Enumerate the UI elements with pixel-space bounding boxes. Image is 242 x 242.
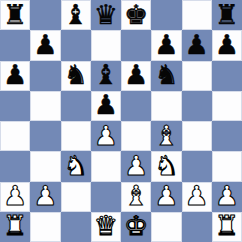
- square-b1[interactable]: [30, 212, 60, 242]
- square-d1[interactable]: ♛: [91, 212, 121, 242]
- square-h3[interactable]: [212, 151, 242, 181]
- square-d7[interactable]: [91, 30, 121, 60]
- square-e1[interactable]: ♚: [121, 212, 151, 242]
- square-d8[interactable]: ♛: [91, 0, 121, 30]
- square-e5[interactable]: [121, 91, 151, 121]
- square-g6[interactable]: [182, 61, 212, 91]
- white-rook[interactable]: ♜: [215, 212, 239, 239]
- square-h1[interactable]: ♜: [212, 212, 242, 242]
- square-a4[interactable]: [0, 121, 30, 151]
- square-h2[interactable]: ♟: [212, 182, 242, 212]
- square-e7[interactable]: [121, 30, 151, 60]
- black-bishop[interactable]: ♝: [64, 1, 88, 28]
- square-a2[interactable]: ♟: [0, 182, 30, 212]
- white-rook[interactable]: ♜: [3, 212, 27, 239]
- square-e8[interactable]: ♚: [121, 0, 151, 30]
- black-pawn[interactable]: ♟: [154, 31, 178, 58]
- square-a6[interactable]: ♟: [0, 61, 30, 91]
- square-a5[interactable]: [0, 91, 30, 121]
- white-pawn[interactable]: ♟: [33, 182, 57, 209]
- white-queen[interactable]: ♛: [94, 212, 118, 239]
- square-d5[interactable]: ♟: [91, 91, 121, 121]
- square-d2[interactable]: [91, 182, 121, 212]
- white-knight[interactable]: ♞: [154, 152, 178, 179]
- white-pawn[interactable]: ♟: [215, 182, 239, 209]
- square-f8[interactable]: [151, 0, 181, 30]
- square-d3[interactable]: [91, 151, 121, 181]
- white-bishop[interactable]: ♝: [124, 182, 148, 209]
- square-e4[interactable]: [121, 121, 151, 151]
- square-h6[interactable]: [212, 61, 242, 91]
- white-pawn[interactable]: ♟: [94, 122, 118, 149]
- square-g4[interactable]: [182, 121, 212, 151]
- square-h7[interactable]: ♟: [212, 30, 242, 60]
- square-e3[interactable]: ♟: [121, 151, 151, 181]
- square-b2[interactable]: ♟: [30, 182, 60, 212]
- square-b7[interactable]: ♟: [30, 30, 60, 60]
- square-g1[interactable]: [182, 212, 212, 242]
- square-f3[interactable]: ♞: [151, 151, 181, 181]
- square-b8[interactable]: [30, 0, 60, 30]
- square-a3[interactable]: [0, 151, 30, 181]
- square-b6[interactable]: [30, 61, 60, 91]
- square-c5[interactable]: [61, 91, 91, 121]
- white-pawn[interactable]: ♟: [3, 182, 27, 209]
- black-knight[interactable]: ♞: [64, 61, 88, 88]
- square-c8[interactable]: ♝: [61, 0, 91, 30]
- square-f6[interactable]: ♞: [151, 61, 181, 91]
- square-f4[interactable]: ♝: [151, 121, 181, 151]
- square-a1[interactable]: ♜: [0, 212, 30, 242]
- black-pawn[interactable]: ♟: [33, 31, 57, 58]
- white-pawn[interactable]: ♟: [154, 182, 178, 209]
- square-b4[interactable]: [30, 121, 60, 151]
- white-king[interactable]: ♚: [124, 212, 148, 239]
- square-h8[interactable]: ♜: [212, 0, 242, 30]
- square-c1[interactable]: [61, 212, 91, 242]
- black-bishop[interactable]: ♝: [94, 61, 118, 88]
- black-pawn[interactable]: ♟: [3, 61, 27, 88]
- black-knight[interactable]: ♞: [154, 61, 178, 88]
- black-rook[interactable]: ♜: [3, 1, 27, 28]
- square-g8[interactable]: [182, 0, 212, 30]
- square-f2[interactable]: ♟: [151, 182, 181, 212]
- black-pawn[interactable]: ♟: [215, 31, 239, 58]
- square-b5[interactable]: [30, 91, 60, 121]
- square-a8[interactable]: ♜: [0, 0, 30, 30]
- white-pawn[interactable]: ♟: [185, 182, 209, 209]
- square-c6[interactable]: ♞: [61, 61, 91, 91]
- black-rook[interactable]: ♜: [215, 1, 239, 28]
- square-h5[interactable]: [212, 91, 242, 121]
- square-h4[interactable]: [212, 121, 242, 151]
- square-c4[interactable]: [61, 121, 91, 151]
- square-g7[interactable]: ♟: [182, 30, 212, 60]
- black-queen[interactable]: ♛: [94, 1, 118, 28]
- black-king[interactable]: ♚: [124, 1, 148, 28]
- square-f1[interactable]: [151, 212, 181, 242]
- square-f5[interactable]: [151, 91, 181, 121]
- black-pawn[interactable]: ♟: [124, 61, 148, 88]
- chess-board: ♜♝♛♚♜♟♟♟♟♟♞♝♟♞♟♟♝♞♟♞♟♟♝♟♟♟♜♛♚♜: [0, 0, 242, 242]
- square-c7[interactable]: [61, 30, 91, 60]
- square-e2[interactable]: ♝: [121, 182, 151, 212]
- black-pawn[interactable]: ♟: [94, 91, 118, 118]
- square-f7[interactable]: ♟: [151, 30, 181, 60]
- square-d4[interactable]: ♟: [91, 121, 121, 151]
- white-pawn[interactable]: ♟: [124, 152, 148, 179]
- square-g2[interactable]: ♟: [182, 182, 212, 212]
- white-knight[interactable]: ♞: [64, 152, 88, 179]
- square-c3[interactable]: ♞: [61, 151, 91, 181]
- square-g5[interactable]: [182, 91, 212, 121]
- square-d6[interactable]: ♝: [91, 61, 121, 91]
- square-g3[interactable]: [182, 151, 212, 181]
- white-bishop[interactable]: ♝: [154, 122, 178, 149]
- square-a7[interactable]: [0, 30, 30, 60]
- square-c2[interactable]: [61, 182, 91, 212]
- square-b3[interactable]: [30, 151, 60, 181]
- black-pawn[interactable]: ♟: [185, 31, 209, 58]
- square-e6[interactable]: ♟: [121, 61, 151, 91]
